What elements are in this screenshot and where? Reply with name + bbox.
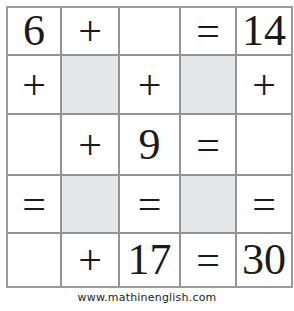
cell-r1c3[interactable]: [120, 8, 181, 56]
cell-r1c4: =: [181, 8, 237, 56]
cell-r4c4: [181, 176, 237, 234]
cell-r3c1[interactable]: [8, 115, 62, 176]
cell-r1c2: +: [62, 8, 120, 56]
cell-r4c2: [62, 176, 120, 234]
cell-r2c1: +: [8, 56, 62, 115]
cell-r4c3: =: [120, 176, 181, 234]
cell-r5c4: =: [181, 234, 237, 286]
cell-r3c3: 9: [120, 115, 181, 176]
cell-r1c5: 14: [237, 8, 291, 56]
cell-r2c4: [181, 56, 237, 115]
cell-r3c5[interactable]: [237, 115, 291, 176]
cell-r3c2: +: [62, 115, 120, 176]
cell-r5c5: 30: [237, 234, 291, 286]
cell-r5c3: 17: [120, 234, 181, 286]
cell-r1c1: 6: [8, 8, 62, 56]
cell-r2c3: +: [120, 56, 181, 115]
cell-r4c1: =: [8, 176, 62, 234]
puzzle-grid: 6+=14++++9====+17=30: [6, 6, 293, 288]
cell-r5c1[interactable]: [8, 234, 62, 286]
website-url: www.mathinenglish.com: [0, 291, 294, 304]
cell-r2c5: +: [237, 56, 291, 115]
cell-r3c4: =: [181, 115, 237, 176]
cell-r2c2: [62, 56, 120, 115]
cell-r4c5: =: [237, 176, 291, 234]
cell-r5c2: +: [62, 234, 120, 286]
